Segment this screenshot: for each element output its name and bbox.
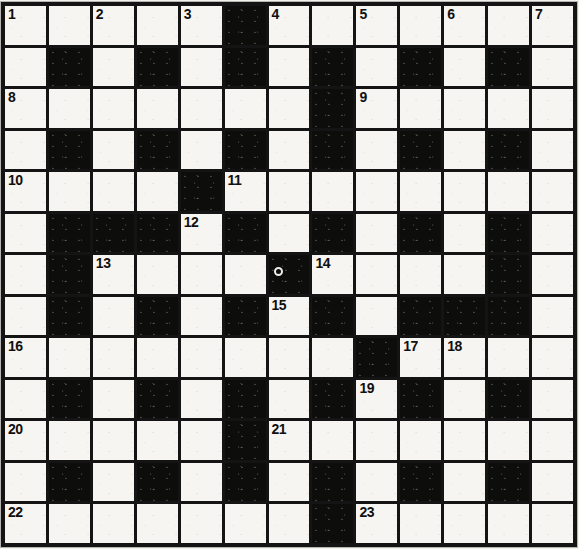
cell-r7c10 <box>444 297 485 336</box>
cell-r9c3 <box>137 380 178 419</box>
cell-r6c12[interactable] <box>532 255 573 294</box>
cell-r0c8[interactable]: 5 <box>356 6 397 45</box>
clue-number: 23 <box>359 504 374 521</box>
cell-r6c6 <box>269 255 310 294</box>
cell-r6c0[interactable] <box>5 255 46 294</box>
cell-r2c11[interactable] <box>488 89 529 128</box>
cell-r9c0[interactable] <box>5 380 46 419</box>
cell-r0c7[interactable] <box>312 6 353 45</box>
cell-r10c8[interactable] <box>356 421 397 460</box>
cell-r4c10[interactable] <box>444 172 485 211</box>
cell-r8c11[interactable] <box>488 338 529 377</box>
cell-r12c8[interactable]: 23 <box>356 504 397 543</box>
cell-r6c5[interactable] <box>225 255 266 294</box>
cell-r9c6[interactable] <box>269 380 310 419</box>
cell-r12c6[interactable] <box>269 504 310 543</box>
cell-r1c10[interactable] <box>444 48 485 87</box>
cell-r9c7 <box>312 380 353 419</box>
cell-r6c8[interactable] <box>356 255 397 294</box>
cell-r4c9[interactable] <box>400 172 441 211</box>
cell-r3c7 <box>312 131 353 170</box>
cell-r8c4[interactable] <box>181 338 222 377</box>
cell-r2c5[interactable] <box>225 89 266 128</box>
cell-r0c11[interactable] <box>488 6 529 45</box>
cell-r1c3 <box>137 48 178 87</box>
cell-r12c12[interactable] <box>532 504 573 543</box>
cell-r9c9 <box>400 380 441 419</box>
cell-r9c12[interactable] <box>532 380 573 419</box>
cell-r2c8[interactable]: 9 <box>356 89 397 128</box>
cell-r3c9 <box>400 131 441 170</box>
cell-r7c12[interactable] <box>532 297 573 336</box>
cell-r6c4[interactable] <box>181 255 222 294</box>
cell-r4c3[interactable] <box>137 172 178 211</box>
cell-r0c12[interactable]: 7 <box>532 6 573 45</box>
cell-r2c7 <box>312 89 353 128</box>
cell-r12c10[interactable] <box>444 504 485 543</box>
cell-r12c5[interactable] <box>225 504 266 543</box>
cell-r12c11[interactable] <box>488 504 529 543</box>
cell-r1c2[interactable] <box>93 48 134 87</box>
cell-r9c2[interactable] <box>93 380 134 419</box>
cell-r3c11 <box>488 131 529 170</box>
cell-r10c7[interactable] <box>312 421 353 460</box>
cell-r8c1[interactable] <box>49 338 90 377</box>
cell-r4c1[interactable] <box>49 172 90 211</box>
cell-r1c0[interactable] <box>5 48 46 87</box>
cell-r6c3[interactable] <box>137 255 178 294</box>
cell-r3c10[interactable] <box>444 131 485 170</box>
clue-number: 12 <box>184 214 199 231</box>
cell-r3c3 <box>137 131 178 170</box>
cell-r0c9[interactable] <box>400 6 441 45</box>
cell-r11c6[interactable] <box>269 463 310 502</box>
cell-r4c7[interactable] <box>312 172 353 211</box>
cell-r3c1 <box>49 131 90 170</box>
cell-r5c3 <box>137 214 178 253</box>
cell-r4c6[interactable] <box>269 172 310 211</box>
clue-number: 7 <box>535 6 542 23</box>
cell-r9c8[interactable]: 19 <box>356 380 397 419</box>
cell-r1c11 <box>488 48 529 87</box>
cell-r0c1[interactable] <box>49 6 90 45</box>
cell-r4c2[interactable] <box>93 172 134 211</box>
cell-r8c8 <box>356 338 397 377</box>
cell-r9c4[interactable] <box>181 380 222 419</box>
cell-r0c2[interactable]: 2 <box>93 6 134 45</box>
clue-number: 11 <box>228 172 242 189</box>
cell-r11c4[interactable] <box>181 463 222 502</box>
cell-r8c12[interactable] <box>532 338 573 377</box>
cell-r4c0[interactable]: 10 <box>5 172 46 211</box>
cell-r1c5 <box>225 48 266 87</box>
cell-r7c6[interactable]: 15 <box>269 297 310 336</box>
cell-r9c10[interactable] <box>444 380 485 419</box>
clue-number: 15 <box>272 297 287 314</box>
cell-r12c4[interactable] <box>181 504 222 543</box>
clue-number: 3 <box>184 6 191 23</box>
clue-number: 13 <box>96 255 111 272</box>
cell-r8c5[interactable] <box>225 338 266 377</box>
cell-r12c0[interactable]: 22 <box>5 504 46 543</box>
cell-r5c0[interactable] <box>5 214 46 253</box>
cell-r3c4[interactable] <box>181 131 222 170</box>
cell-r0c10[interactable]: 6 <box>444 6 485 45</box>
cell-r12c9[interactable] <box>400 504 441 543</box>
cell-r6c11 <box>488 255 529 294</box>
cell-r11c2[interactable] <box>93 463 134 502</box>
cell-r5c7 <box>312 214 353 253</box>
cell-r7c1 <box>49 297 90 336</box>
clue-number: 9 <box>359 89 366 106</box>
cell-r3c2[interactable] <box>93 131 134 170</box>
cell-r8c6[interactable] <box>269 338 310 377</box>
cell-r5c10[interactable] <box>444 214 485 253</box>
cell-r10c5 <box>225 421 266 460</box>
cell-r10c1[interactable] <box>49 421 90 460</box>
cell-r8c7[interactable] <box>312 338 353 377</box>
cell-r3c5 <box>225 131 266 170</box>
cell-r11c7 <box>312 463 353 502</box>
cell-r11c8[interactable] <box>356 463 397 502</box>
cell-r1c8[interactable] <box>356 48 397 87</box>
cell-r2c12[interactable] <box>532 89 573 128</box>
cell-r5c6[interactable] <box>269 214 310 253</box>
cell-r6c7[interactable]: 14 <box>312 255 353 294</box>
cell-r10c12[interactable] <box>532 421 573 460</box>
page-background: 1234567891011121314151617181920212223 <box>0 0 579 549</box>
cell-r9c11 <box>488 380 529 419</box>
cell-r0c5 <box>225 6 266 45</box>
crossword-board: 1234567891011121314151617181920212223 <box>1 2 577 547</box>
cell-r0c6[interactable]: 4 <box>269 6 310 45</box>
cell-r10c10[interactable] <box>444 421 485 460</box>
clue-number: 6 <box>447 6 454 23</box>
cell-r3c8[interactable] <box>356 131 397 170</box>
cell-r5c11 <box>488 214 529 253</box>
cell-r2c1[interactable] <box>49 89 90 128</box>
cell-r7c11 <box>488 297 529 336</box>
cell-r3c6[interactable] <box>269 131 310 170</box>
cell-r11c1 <box>49 463 90 502</box>
cell-r11c5 <box>225 463 266 502</box>
cell-r10c6[interactable]: 21 <box>269 421 310 460</box>
cell-r11c12[interactable] <box>532 463 573 502</box>
cell-r11c11 <box>488 463 529 502</box>
cell-r2c9[interactable] <box>400 89 441 128</box>
cell-r7c8[interactable] <box>356 297 397 336</box>
cell-r4c12[interactable] <box>532 172 573 211</box>
cell-r10c2[interactable] <box>93 421 134 460</box>
cell-r7c9 <box>400 297 441 336</box>
cell-r10c4[interactable] <box>181 421 222 460</box>
cell-r8c3[interactable] <box>137 338 178 377</box>
clue-number: 10 <box>8 172 23 189</box>
cell-r7c7 <box>312 297 353 336</box>
cell-r5c2 <box>93 214 134 253</box>
cell-r10c3[interactable] <box>137 421 178 460</box>
cell-r6c10[interactable] <box>444 255 485 294</box>
cell-r7c2[interactable] <box>93 297 134 336</box>
cell-r7c3 <box>137 297 178 336</box>
cell-r3c0[interactable] <box>5 131 46 170</box>
cell-r0c4[interactable]: 3 <box>181 6 222 45</box>
clue-number: 2 <box>96 6 103 23</box>
cell-r5c5 <box>225 214 266 253</box>
cell-r4c11[interactable] <box>488 172 529 211</box>
cell-r1c7 <box>312 48 353 87</box>
cell-r2c6[interactable] <box>269 89 310 128</box>
cell-r8c0[interactable]: 16 <box>5 338 46 377</box>
cell-r7c4[interactable] <box>181 297 222 336</box>
cell-r11c0[interactable] <box>5 463 46 502</box>
cell-r8c10[interactable]: 18 <box>444 338 485 377</box>
cell-r8c9[interactable]: 17 <box>400 338 441 377</box>
cell-r12c2[interactable] <box>93 504 134 543</box>
clue-number: 22 <box>8 504 23 521</box>
cell-r2c4[interactable] <box>181 89 222 128</box>
cell-r12c3[interactable] <box>137 504 178 543</box>
cell-r6c9[interactable] <box>400 255 441 294</box>
cell-r1c12[interactable] <box>532 48 573 87</box>
cell-r10c9[interactable] <box>400 421 441 460</box>
cell-r11c3 <box>137 463 178 502</box>
cell-r10c0[interactable]: 20 <box>5 421 46 460</box>
clue-number: 4 <box>272 6 279 23</box>
cell-r5c9 <box>400 214 441 253</box>
cell-r12c7 <box>312 504 353 543</box>
cell-r1c4[interactable] <box>181 48 222 87</box>
cell-r6c2[interactable]: 13 <box>93 255 134 294</box>
clue-number: 20 <box>8 421 23 438</box>
cell-r2c0[interactable]: 8 <box>5 89 46 128</box>
cell-r11c9 <box>400 463 441 502</box>
cell-r1c9 <box>400 48 441 87</box>
cell-r4c4 <box>181 172 222 211</box>
cell-r4c5[interactable]: 11 <box>225 172 266 211</box>
clue-number: 17 <box>403 338 418 355</box>
cell-r3c12[interactable] <box>532 131 573 170</box>
cell-r4c8[interactable] <box>356 172 397 211</box>
cell-r1c6[interactable] <box>269 48 310 87</box>
clue-number: 8 <box>8 89 15 106</box>
cell-r2c3[interactable] <box>137 89 178 128</box>
clue-number: 1 <box>8 6 15 23</box>
cell-r2c2[interactable] <box>93 89 134 128</box>
print-artifact <box>274 267 283 276</box>
cell-r11c10[interactable] <box>444 463 485 502</box>
clue-number: 19 <box>359 380 374 397</box>
clue-number: 21 <box>272 421 287 438</box>
cell-r5c1 <box>49 214 90 253</box>
clue-number: 16 <box>8 338 23 355</box>
cell-r6c1 <box>49 255 90 294</box>
clue-number: 5 <box>359 6 366 23</box>
clue-number: 18 <box>447 338 462 355</box>
cell-r12c1[interactable] <box>49 504 90 543</box>
cell-r1c1 <box>49 48 90 87</box>
cell-r2c10[interactable] <box>444 89 485 128</box>
clue-number: 14 <box>315 255 330 272</box>
cell-r10c11[interactable] <box>488 421 529 460</box>
cell-r0c3[interactable] <box>137 6 178 45</box>
cell-r5c4[interactable]: 12 <box>181 214 222 253</box>
cell-r5c8[interactable] <box>356 214 397 253</box>
cell-r0c0[interactable]: 1 <box>5 6 46 45</box>
cell-r5c12[interactable] <box>532 214 573 253</box>
cell-r9c5 <box>225 380 266 419</box>
cell-r7c0[interactable] <box>5 297 46 336</box>
cell-r8c2[interactable] <box>93 338 134 377</box>
cell-r9c1 <box>49 380 90 419</box>
cell-r7c5 <box>225 297 266 336</box>
